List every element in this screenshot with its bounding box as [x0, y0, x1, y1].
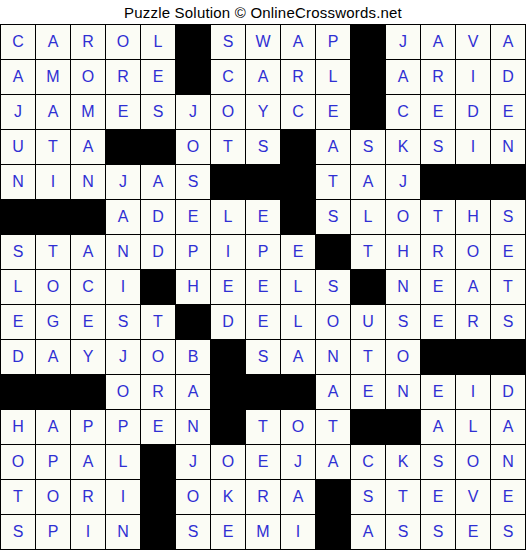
cell-r14c2: O — [36, 480, 71, 515]
cell-r4c2: T — [36, 130, 71, 165]
black-cell-r11c1 — [1, 375, 36, 410]
black-cell-r14c10 — [316, 480, 351, 515]
cell-r5c3: N — [71, 165, 106, 200]
cell-r2c10: L — [316, 60, 351, 95]
black-cell-r7c10 — [316, 235, 351, 270]
cell-r9c10: O — [316, 305, 351, 340]
cell-r8c14: A — [456, 270, 491, 305]
cell-r7c8: P — [246, 235, 281, 270]
cell-r8c3: C — [71, 270, 106, 305]
cell-r14c14: V — [456, 480, 491, 515]
cell-r6c6: E — [176, 200, 211, 235]
cell-r2c8: A — [246, 60, 281, 95]
cell-r7c4: N — [106, 235, 141, 270]
black-cell-r5c8 — [246, 165, 281, 200]
black-cell-r11c8 — [246, 375, 281, 410]
black-cell-r4c5 — [141, 130, 176, 165]
cell-r1c12: J — [386, 25, 421, 60]
cell-r6c15: S — [491, 200, 526, 235]
cell-r4c13: S — [421, 130, 456, 165]
cell-r4c7: T — [211, 130, 246, 165]
cell-r3c8: Y — [246, 95, 281, 130]
cell-r7c12: H — [386, 235, 421, 270]
cell-r9c7: D — [211, 305, 246, 340]
cell-r9c15: S — [491, 305, 526, 340]
black-cell-r3c11 — [351, 95, 386, 130]
cell-r6c8: E — [246, 200, 281, 235]
cell-r9c4: S — [106, 305, 141, 340]
cell-r6c13: T — [421, 200, 456, 235]
cell-r15c9: I — [281, 515, 316, 550]
black-cell-r10c14 — [456, 340, 491, 375]
cell-r5c4: J — [106, 165, 141, 200]
cell-r6c7: L — [211, 200, 246, 235]
cell-r13c4: L — [106, 445, 141, 480]
cell-r14c7: K — [211, 480, 246, 515]
cell-r4c11: S — [351, 130, 386, 165]
black-cell-r14c5 — [141, 480, 176, 515]
cell-r12c1: H — [1, 410, 36, 445]
cell-r7c15: E — [491, 235, 526, 270]
cell-r13c12: K — [386, 445, 421, 480]
cell-r8c1: L — [1, 270, 36, 305]
cell-r10c6: B — [176, 340, 211, 375]
cell-r3c15: E — [491, 95, 526, 130]
cell-r8c8: E — [246, 270, 281, 305]
black-cell-r11c3 — [71, 375, 106, 410]
cell-r3c4: E — [106, 95, 141, 130]
cell-r2c15: D — [491, 60, 526, 95]
cell-r10c2: A — [36, 340, 71, 375]
black-cell-r6c3 — [71, 200, 106, 235]
cell-r3c12: C — [386, 95, 421, 130]
black-cell-r5c13 — [421, 165, 456, 200]
cell-r2c14: I — [456, 60, 491, 95]
cell-r14c11: S — [351, 480, 386, 515]
black-cell-r6c1 — [1, 200, 36, 235]
cell-r4c12: K — [386, 130, 421, 165]
cell-r3c3: M — [71, 95, 106, 130]
cell-r2c9: R — [281, 60, 316, 95]
black-cell-r5c14 — [456, 165, 491, 200]
cell-r9c1: E — [1, 305, 36, 340]
cell-r6c11: L — [351, 200, 386, 235]
cell-r13c11: C — [351, 445, 386, 480]
cell-r15c1: S — [1, 515, 36, 550]
cell-r10c3: Y — [71, 340, 106, 375]
cell-r10c9: A — [281, 340, 316, 375]
cell-r11c5: R — [141, 375, 176, 410]
cell-r8c4: I — [106, 270, 141, 305]
cell-r7c13: R — [421, 235, 456, 270]
black-cell-r5c15 — [491, 165, 526, 200]
cell-r11c12: N — [386, 375, 421, 410]
cell-r3c13: E — [421, 95, 456, 130]
cell-r14c15: E — [491, 480, 526, 515]
crossword-grid: CAROLSWAPJAVAAMORECARLARIDJAMESJOYCECEDE… — [0, 24, 526, 550]
cell-r11c15: D — [491, 375, 526, 410]
cell-r10c4: J — [106, 340, 141, 375]
cell-r14c3: R — [71, 480, 106, 515]
cell-r9c3: E — [71, 305, 106, 340]
cell-r14c13: E — [421, 480, 456, 515]
black-cell-r4c9 — [281, 130, 316, 165]
cell-r7c1: S — [1, 235, 36, 270]
cell-r13c8: E — [246, 445, 281, 480]
cell-r1c1: C — [1, 25, 36, 60]
cell-r13c15: N — [491, 445, 526, 480]
black-cell-r5c9 — [281, 165, 316, 200]
black-cell-r12c7 — [211, 410, 246, 445]
cell-r5c12: J — [386, 165, 421, 200]
cell-r2c4: R — [106, 60, 141, 95]
cell-r10c8: S — [246, 340, 281, 375]
cell-r5c1: N — [1, 165, 36, 200]
cell-r3c6: J — [176, 95, 211, 130]
cell-r13c10: A — [316, 445, 351, 480]
cell-r9c9: L — [281, 305, 316, 340]
cell-r1c2: A — [36, 25, 71, 60]
cell-r6c14: H — [456, 200, 491, 235]
cell-r1c3: R — [71, 25, 106, 60]
cell-r10c12: O — [386, 340, 421, 375]
cell-r12c10: T — [316, 410, 351, 445]
cell-r13c14: O — [456, 445, 491, 480]
cell-r1c4: O — [106, 25, 141, 60]
cell-r15c15: S — [491, 515, 526, 550]
cell-r1c9: A — [281, 25, 316, 60]
cell-r5c6: S — [176, 165, 211, 200]
cell-r7c6: P — [176, 235, 211, 270]
cell-r7c2: T — [36, 235, 71, 270]
cell-r4c15: N — [491, 130, 526, 165]
cell-r15c7: E — [211, 515, 246, 550]
black-cell-r8c5 — [141, 270, 176, 305]
black-cell-r15c5 — [141, 515, 176, 550]
cell-r15c2: P — [36, 515, 71, 550]
black-cell-r2c11 — [351, 60, 386, 95]
cell-r12c2: A — [36, 410, 71, 445]
black-cell-r11c9 — [281, 375, 316, 410]
cell-r15c11: A — [351, 515, 386, 550]
black-cell-r5c7 — [211, 165, 246, 200]
cell-r13c6: J — [176, 445, 211, 480]
cell-r9c8: E — [246, 305, 281, 340]
cell-r8c2: O — [36, 270, 71, 305]
cell-r11c11: E — [351, 375, 386, 410]
cell-r14c6: O — [176, 480, 211, 515]
black-cell-r1c11 — [351, 25, 386, 60]
cell-r3c9: C — [281, 95, 316, 130]
cell-r15c14: E — [456, 515, 491, 550]
cell-r6c4: A — [106, 200, 141, 235]
cell-r13c2: P — [36, 445, 71, 480]
cell-r15c6: S — [176, 515, 211, 550]
cell-r13c13: S — [421, 445, 456, 480]
cell-r7c14: O — [456, 235, 491, 270]
puzzle-solution-page: Puzzle Solution © OnlineCrosswords.net C… — [0, 0, 526, 551]
cell-r13c3: A — [71, 445, 106, 480]
cell-r6c10: S — [316, 200, 351, 235]
cell-r7c7: I — [211, 235, 246, 270]
black-cell-r6c2 — [36, 200, 71, 235]
cell-r11c14: I — [456, 375, 491, 410]
cell-r5c11: A — [351, 165, 386, 200]
page-title: Puzzle Solution © OnlineCrosswords.net — [0, 0, 526, 24]
cell-r9c11: U — [351, 305, 386, 340]
cell-r13c7: O — [211, 445, 246, 480]
cell-r8c7: E — [211, 270, 246, 305]
cell-r13c1: O — [1, 445, 36, 480]
cell-r1c8: W — [246, 25, 281, 60]
cell-r4c3: A — [71, 130, 106, 165]
black-cell-r11c7 — [211, 375, 246, 410]
black-cell-r11c2 — [36, 375, 71, 410]
cell-r2c12: A — [386, 60, 421, 95]
cell-r12c8: T — [246, 410, 281, 445]
black-cell-r12c12 — [386, 410, 421, 445]
black-cell-r10c13 — [421, 340, 456, 375]
cell-r11c6: A — [176, 375, 211, 410]
cell-r14c1: T — [1, 480, 36, 515]
cell-r15c4: N — [106, 515, 141, 550]
cell-r11c4: O — [106, 375, 141, 410]
cell-r14c4: I — [106, 480, 141, 515]
cell-r10c10: N — [316, 340, 351, 375]
cell-r12c9: O — [281, 410, 316, 445]
cell-r1c14: V — [456, 25, 491, 60]
cell-r14c8: R — [246, 480, 281, 515]
cell-r3c2: A — [36, 95, 71, 130]
cell-r14c9: A — [281, 480, 316, 515]
cell-r8c10: S — [316, 270, 351, 305]
black-cell-r13c5 — [141, 445, 176, 480]
cell-r11c10: A — [316, 375, 351, 410]
cell-r1c5: L — [141, 25, 176, 60]
cell-r13c9: J — [281, 445, 316, 480]
cell-r4c6: O — [176, 130, 211, 165]
black-cell-r10c7 — [211, 340, 246, 375]
black-cell-r4c4 — [106, 130, 141, 165]
cell-r8c9: L — [281, 270, 316, 305]
cell-r12c6: N — [176, 410, 211, 445]
cell-r4c10: A — [316, 130, 351, 165]
black-cell-r6c9 — [281, 200, 316, 235]
cell-r7c11: T — [351, 235, 386, 270]
cell-r10c5: O — [141, 340, 176, 375]
cell-r3c5: S — [141, 95, 176, 130]
black-cell-r8c11 — [351, 270, 386, 305]
cell-r15c8: M — [246, 515, 281, 550]
cell-r4c1: U — [1, 130, 36, 165]
cell-r14c12: T — [386, 480, 421, 515]
cell-r9c2: G — [36, 305, 71, 340]
cell-r9c14: R — [456, 305, 491, 340]
cell-r8c15: T — [491, 270, 526, 305]
cell-r15c13: S — [421, 515, 456, 550]
cell-r11c13: E — [421, 375, 456, 410]
cell-r9c5: T — [141, 305, 176, 340]
cell-r3c10: E — [316, 95, 351, 130]
cell-r12c15: A — [491, 410, 526, 445]
cell-r1c10: P — [316, 25, 351, 60]
black-cell-r10c15 — [491, 340, 526, 375]
cell-r3c7: O — [211, 95, 246, 130]
cell-r12c14: L — [456, 410, 491, 445]
cell-r5c10: T — [316, 165, 351, 200]
cell-r1c15: A — [491, 25, 526, 60]
cell-r2c3: O — [71, 60, 106, 95]
cell-r8c12: N — [386, 270, 421, 305]
cell-r15c3: I — [71, 515, 106, 550]
cell-r9c12: S — [386, 305, 421, 340]
cell-r3c1: J — [1, 95, 36, 130]
black-cell-r15c10 — [316, 515, 351, 550]
cell-r5c5: A — [141, 165, 176, 200]
cell-r5c2: I — [36, 165, 71, 200]
cell-r9c13: E — [421, 305, 456, 340]
cell-r12c4: P — [106, 410, 141, 445]
cell-r12c5: E — [141, 410, 176, 445]
black-cell-r9c6 — [176, 305, 211, 340]
cell-r6c5: D — [141, 200, 176, 235]
cell-r10c11: T — [351, 340, 386, 375]
cell-r15c12: S — [386, 515, 421, 550]
cell-r8c6: H — [176, 270, 211, 305]
cell-r1c13: A — [421, 25, 456, 60]
cell-r6c12: O — [386, 200, 421, 235]
cell-r4c8: S — [246, 130, 281, 165]
cell-r12c13: A — [421, 410, 456, 445]
black-cell-r2c6 — [176, 60, 211, 95]
cell-r1c7: S — [211, 25, 246, 60]
cell-r7c9: E — [281, 235, 316, 270]
cell-r7c3: A — [71, 235, 106, 270]
cell-r2c1: A — [1, 60, 36, 95]
cell-r8c13: E — [421, 270, 456, 305]
black-cell-r1c6 — [176, 25, 211, 60]
cell-r2c7: C — [211, 60, 246, 95]
cell-r3c14: D — [456, 95, 491, 130]
cell-r4c14: I — [456, 130, 491, 165]
cell-r2c5: E — [141, 60, 176, 95]
cell-r12c3: P — [71, 410, 106, 445]
cell-r2c13: R — [421, 60, 456, 95]
black-cell-r12c11 — [351, 410, 386, 445]
cell-r10c1: D — [1, 340, 36, 375]
cell-r7c5: D — [141, 235, 176, 270]
cell-r2c2: M — [36, 60, 71, 95]
